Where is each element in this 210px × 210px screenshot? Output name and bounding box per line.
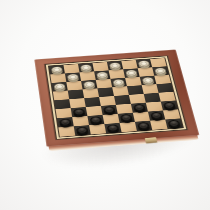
board-scene <box>40 22 188 170</box>
checker-piece-black[interactable] <box>163 102 176 110</box>
checker-piece-white[interactable] <box>109 62 122 69</box>
checker-piece-black[interactable] <box>76 126 89 134</box>
board-grid <box>48 57 184 137</box>
board-square-h1[interactable] <box>165 118 183 128</box>
product-photo-background <box>0 0 210 210</box>
checker-piece-white[interactable] <box>83 81 96 88</box>
checker-piece-white[interactable] <box>138 60 151 67</box>
checker-piece-white[interactable] <box>67 73 80 80</box>
checker-piece-white[interactable] <box>96 71 109 78</box>
clasp-latch[interactable] <box>144 137 157 143</box>
checker-piece-black[interactable] <box>59 118 72 126</box>
checker-piece-black[interactable] <box>150 112 163 120</box>
board-square-b1[interactable] <box>74 125 91 135</box>
checker-piece-black[interactable] <box>89 116 102 124</box>
checker-piece-white[interactable] <box>51 66 63 73</box>
checker-piece-black[interactable] <box>73 108 86 116</box>
board-border-trim <box>45 56 188 140</box>
checker-piece-white[interactable] <box>112 79 125 86</box>
checker-piece-black[interactable] <box>106 124 119 132</box>
checker-piece-white[interactable] <box>141 77 154 84</box>
checkers-board <box>34 50 199 147</box>
checker-piece-black[interactable] <box>167 120 181 128</box>
board-square-c1[interactable] <box>89 124 106 134</box>
checker-piece-black[interactable] <box>133 104 146 112</box>
checker-piece-white[interactable] <box>53 83 66 91</box>
board-frame <box>34 50 199 147</box>
checker-piece-black[interactable] <box>137 122 151 130</box>
checker-piece-white[interactable] <box>154 67 167 74</box>
checker-piece-white[interactable] <box>80 64 93 71</box>
board-square-a1[interactable] <box>58 126 75 136</box>
checker-piece-black[interactable] <box>120 114 133 122</box>
checker-piece-black[interactable] <box>103 106 116 114</box>
checker-piece-white[interactable] <box>125 69 138 76</box>
